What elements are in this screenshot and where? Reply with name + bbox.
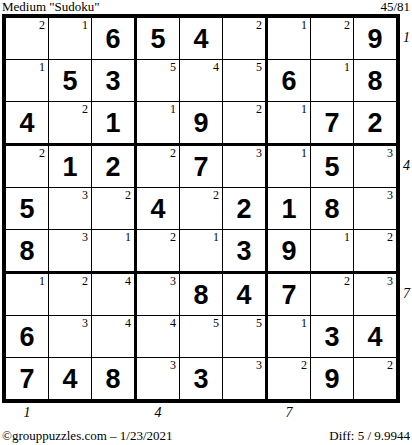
cell-r1c8[interactable]: 2 [311,18,354,60]
cell-r8c8[interactable]: 3 [311,316,354,358]
cell-value: 7 [268,274,310,315]
cell-r3c4[interactable]: 1 [137,102,180,146]
cell-r8c1[interactable]: 6 [6,316,49,358]
cell-r4c5[interactable]: 7 [180,146,223,188]
cell-r5c5[interactable]: 2 [180,188,223,230]
cell-value: 1 [92,102,134,143]
cell-r9c5[interactable]: 3 [180,358,223,399]
cell-r7c7[interactable]: 7 [268,274,311,316]
cell-r6c1[interactable]: 8 [6,230,49,274]
cell-r7c5[interactable]: 8 [180,274,223,316]
cell-r9c1[interactable]: 7 [6,358,49,399]
cell-r3c1[interactable]: 4 [6,102,49,146]
cell-r9c7[interactable]: 2 [268,358,311,399]
pencil-mark: 1 [301,316,307,330]
cell-r8c7[interactable]: 1 [268,316,311,358]
cell-r7c2[interactable]: 2 [49,274,92,316]
cell-value: 5 [311,146,353,187]
pencil-mark: 2 [213,188,219,202]
cell-r7c6[interactable]: 4 [223,274,268,316]
pencil-mark: 1 [39,60,45,74]
cell-r9c9[interactable]: 2 [354,358,396,399]
pencil-mark: 3 [387,188,393,202]
cell-r3c2[interactable]: 2 [49,102,92,146]
cell-r5c9[interactable]: 3 [354,188,396,230]
pencil-mark: 2 [256,18,262,32]
cell-r1c7[interactable]: 1 [268,18,311,60]
row-label-7: 7 [403,284,412,304]
cell-r6c7[interactable]: 9 [268,230,311,274]
pencil-mark: 3 [256,358,262,372]
pencil-mark: 2 [82,274,88,288]
cell-r3c9[interactable]: 2 [354,102,396,146]
cell-value: 7 [6,358,48,399]
pencil-mark: 2 [170,146,176,160]
cell-r9c8[interactable]: 9 [311,358,354,399]
cell-r4c3[interactable]: 2 [92,146,137,188]
pencil-mark: 2 [125,188,131,202]
pencil-mark: 2 [39,18,45,32]
cell-r8c2[interactable]: 3 [49,316,92,358]
cell-r6c6[interactable]: 3 [223,230,268,274]
cell-value: 8 [6,230,48,271]
cell-r8c4[interactable]: 4 [137,316,180,358]
cell-r9c3[interactable]: 8 [92,358,137,399]
pencil-mark: 5 [213,316,219,330]
cell-r6c8[interactable]: 1 [311,230,354,274]
cell-r5c8[interactable]: 8 [311,188,354,230]
cell-value: 2 [354,102,396,143]
pencil-mark: 3 [82,316,88,330]
pencil-mark: 4 [125,316,131,330]
cell-value: 3 [311,316,353,357]
cell-r5c1[interactable]: 5 [6,188,49,230]
pencil-mark: 5 [256,60,262,74]
row-label-4: 4 [403,156,412,176]
pencil-mark: 1 [125,230,131,244]
pencil-mark: 3 [170,358,176,372]
pencil-mark: 3 [387,146,393,160]
copyright-text: ©grouppuzzles.com – 1/23/2021 [2,428,173,443]
col-label-7: 7 [268,404,310,422]
pencil-mark: 3 [82,230,88,244]
pencil-mark: 1 [82,18,88,32]
cell-r4c2[interactable]: 1 [49,146,92,188]
cell-r6c4[interactable]: 2 [137,230,180,274]
cell-r7c3[interactable]: 4 [92,274,137,316]
pencil-mark: 1 [301,102,307,116]
cell-value: 8 [311,188,353,229]
cell-r5c2[interactable]: 3 [49,188,92,230]
pencil-mark: 2 [170,230,176,244]
cell-r4c9[interactable]: 3 [354,146,396,188]
cell-value: 5 [6,188,48,229]
pencil-mark: 4 [125,274,131,288]
cell-value: 8 [92,358,134,399]
cell-r1c9[interactable]: 9 [354,18,396,60]
cell-r5c3[interactable]: 2 [92,188,137,230]
cell-value: 8 [180,274,222,315]
pencil-mark: 3 [82,188,88,202]
cell-value: 1 [49,146,91,187]
cell-r1c1[interactable]: 2 [6,18,49,60]
cell-r3c8[interactable]: 7 [311,102,354,146]
pencil-mark: 2 [301,358,307,372]
cell-r5c7[interactable]: 1 [268,188,311,230]
cell-r4c8[interactable]: 5 [311,146,354,188]
cell-r2c6[interactable]: 5 [223,60,268,102]
cell-r8c6[interactable]: 5 [223,316,268,358]
cell-value: 9 [268,230,310,271]
pencil-mark: 2 [344,274,350,288]
pencil-mark: 1 [39,274,45,288]
col-label-1: 1 [6,404,48,422]
cell-value: 2 [223,188,265,229]
pencil-mark: 4 [213,60,219,74]
pencil-mark: 2 [39,146,45,160]
cell-r8c9[interactable]: 4 [354,316,396,358]
cell-r2c2[interactable]: 5 [49,60,92,102]
pencil-mark: 2 [344,18,350,32]
cell-r4c1[interactable]: 2 [6,146,49,188]
cells-remaining-counter: 45/81 [380,0,410,14]
pencil-mark: 1 [170,102,176,116]
cell-value: 7 [180,146,222,187]
cell-r2c7[interactable]: 6 [268,60,311,102]
cell-value: 5 [49,60,91,101]
pencil-mark: 1 [344,60,350,74]
cell-r7c4[interactable]: 3 [137,274,180,316]
cell-r9c4[interactable]: 3 [137,358,180,399]
cell-value: 9 [311,358,353,399]
cell-r6c3[interactable]: 1 [92,230,137,274]
page-title: Medium "Sudoku" [2,0,100,14]
difficulty-text: Diff: 5 / 9.9944 [329,428,410,443]
cell-value: 6 [268,60,310,101]
cell-r7c8[interactable]: 2 [311,274,354,316]
pencil-mark: 1 [344,230,350,244]
cell-value: 5 [137,18,179,59]
cell-r1c4[interactable]: 5 [137,18,180,60]
cell-r2c4[interactable]: 5 [137,60,180,102]
cell-r2c8[interactable]: 1 [311,60,354,102]
pencil-mark: 1 [301,146,307,160]
cell-r3c5[interactable]: 9 [180,102,223,146]
cell-r2c1[interactable]: 1 [6,60,49,102]
cell-value: 3 [92,60,134,101]
cell-value: 4 [137,188,179,229]
cell-value: 9 [180,102,222,143]
cell-r6c9[interactable]: 2 [354,230,396,274]
cell-r1c5[interactable]: 4 [180,18,223,60]
cell-r6c5[interactable]: 1 [180,230,223,274]
pencil-mark: 2 [387,358,393,372]
cell-r2c5[interactable]: 4 [180,60,223,102]
cell-r8c3[interactable]: 4 [92,316,137,358]
cell-r2c9[interactable]: 8 [354,60,396,102]
cell-value: 7 [311,102,353,143]
cell-r3c6[interactable]: 2 [223,102,268,146]
cell-r4c4[interactable]: 2 [137,146,180,188]
pencil-mark: 4 [170,316,176,330]
cell-value: 4 [223,274,265,315]
sudoku-board: 2165421291535456184211921722122731535324… [2,14,400,403]
cell-value: 2 [92,146,134,187]
cell-r3c3[interactable]: 1 [92,102,137,146]
cell-r1c2[interactable]: 1 [49,18,92,60]
pencil-mark: 3 [256,146,262,160]
cell-r9c2[interactable]: 4 [49,358,92,399]
pencil-mark: 1 [301,18,307,32]
pencil-mark: 2 [256,102,262,116]
cell-value: 1 [268,188,310,229]
cell-r5c4[interactable]: 4 [137,188,180,230]
cell-value: 3 [180,358,222,399]
cell-value: 9 [354,18,396,59]
cell-value: 4 [354,316,396,357]
pencil-mark: 1 [213,230,219,244]
cell-r7c1[interactable]: 1 [6,274,49,316]
col-label-4: 4 [137,404,179,422]
pencil-mark: 2 [387,230,393,244]
cell-r6c2[interactable]: 3 [49,230,92,274]
cell-value: 3 [223,230,265,271]
cell-r3c7[interactable]: 1 [268,102,311,146]
sudoku-page: Medium "Sudoku" 45/81 216542129153545618… [0,0,412,445]
pencil-mark: 5 [170,60,176,74]
cell-r1c6[interactable]: 2 [223,18,268,60]
cell-r8c5[interactable]: 5 [180,316,223,358]
cell-r7c9[interactable]: 3 [354,274,396,316]
pencil-mark: 2 [82,102,88,116]
cell-r1c3[interactable]: 6 [92,18,137,60]
pencil-mark: 3 [170,274,176,288]
cell-r9c6[interactable]: 3 [223,358,268,399]
row-label-1: 1 [403,28,412,48]
cell-r2c3[interactable]: 3 [92,60,137,102]
cell-value: 4 [49,358,91,399]
cell-value: 4 [6,102,48,143]
pencil-mark: 5 [256,316,262,330]
cell-value: 8 [354,60,396,101]
cell-value: 6 [6,316,48,357]
pencil-mark: 3 [387,274,393,288]
cell-r4c7[interactable]: 1 [268,146,311,188]
cell-value: 4 [180,18,222,59]
cell-value: 6 [92,18,134,59]
cell-r4c6[interactable]: 3 [223,146,268,188]
cell-r5c6[interactable]: 2 [223,188,268,230]
